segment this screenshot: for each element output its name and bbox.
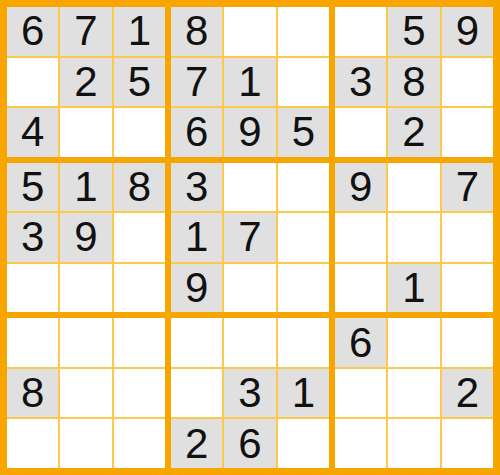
cell-r7c5[interactable]	[224, 318, 275, 367]
cell-r1c3: 1	[114, 7, 165, 56]
cell-r3c7[interactable]	[335, 108, 386, 157]
cell-r8c6: 1	[278, 369, 329, 418]
cell-r8c4[interactable]	[171, 369, 222, 418]
cell-r7c2[interactable]	[60, 318, 111, 367]
cell-r9c5: 6	[224, 419, 275, 468]
cell-r5c5: 7	[224, 213, 275, 262]
cell-r3c5: 9	[224, 108, 275, 157]
cell-r9c7[interactable]	[335, 419, 386, 468]
cell-r1c9: 9	[442, 7, 493, 56]
cell-r2c4: 7	[171, 58, 222, 107]
cell-r6c6[interactable]	[278, 264, 329, 313]
cell-r3c2[interactable]	[60, 108, 111, 157]
box-7: 8	[7, 318, 165, 468]
sudoku-board: 671254871695593825183931799718312662	[0, 0, 500, 475]
cell-r7c4[interactable]	[171, 318, 222, 367]
cell-r7c1[interactable]	[7, 318, 58, 367]
cell-r4c5[interactable]	[224, 163, 275, 212]
cell-r4c7: 9	[335, 163, 386, 212]
cell-r4c6[interactable]	[278, 163, 329, 212]
cell-r3c3[interactable]	[114, 108, 165, 157]
cell-r2c6[interactable]	[278, 58, 329, 107]
box-3: 59382	[335, 7, 493, 157]
box-6: 971	[335, 163, 493, 313]
cell-r5c6[interactable]	[278, 213, 329, 262]
cell-r3c9[interactable]	[442, 108, 493, 157]
cell-r4c2: 1	[60, 163, 111, 212]
cell-r7c8[interactable]	[388, 318, 439, 367]
cell-r6c4: 9	[171, 264, 222, 313]
cell-r6c9[interactable]	[442, 264, 493, 313]
cell-r2c3: 5	[114, 58, 165, 107]
cell-r3c6: 5	[278, 108, 329, 157]
cell-r9c9[interactable]	[442, 419, 493, 468]
cell-r5c4: 1	[171, 213, 222, 262]
cell-r9c6[interactable]	[278, 419, 329, 468]
cell-r8c3[interactable]	[114, 369, 165, 418]
cell-r8c5: 3	[224, 369, 275, 418]
cell-r7c6[interactable]	[278, 318, 329, 367]
cell-r8c8[interactable]	[388, 369, 439, 418]
cell-r6c8: 1	[388, 264, 439, 313]
cell-r6c1[interactable]	[7, 264, 58, 313]
cell-r8c7[interactable]	[335, 369, 386, 418]
cell-r9c8[interactable]	[388, 419, 439, 468]
cell-r1c6[interactable]	[278, 7, 329, 56]
cell-r6c2[interactable]	[60, 264, 111, 313]
cell-r4c9: 7	[442, 163, 493, 212]
cell-r8c9: 2	[442, 369, 493, 418]
cell-r1c2: 7	[60, 7, 111, 56]
cell-r9c3[interactable]	[114, 419, 165, 468]
cell-r5c9[interactable]	[442, 213, 493, 262]
box-1: 671254	[7, 7, 165, 157]
cell-r6c7[interactable]	[335, 264, 386, 313]
cell-r6c3[interactable]	[114, 264, 165, 313]
cell-r1c4: 8	[171, 7, 222, 56]
cell-r4c3: 8	[114, 163, 165, 212]
cell-r4c4: 3	[171, 163, 222, 212]
cell-r2c5: 1	[224, 58, 275, 107]
cell-r5c8[interactable]	[388, 213, 439, 262]
cell-r1c5[interactable]	[224, 7, 275, 56]
cell-r5c1: 3	[7, 213, 58, 262]
cell-r9c2[interactable]	[60, 419, 111, 468]
box-8: 3126	[171, 318, 329, 468]
cell-r7c9[interactable]	[442, 318, 493, 367]
cell-r1c7[interactable]	[335, 7, 386, 56]
cell-r5c7[interactable]	[335, 213, 386, 262]
cell-r3c4: 6	[171, 108, 222, 157]
cell-r4c8[interactable]	[388, 163, 439, 212]
cell-r3c8: 2	[388, 108, 439, 157]
box-4: 51839	[7, 163, 165, 313]
cell-r2c7: 3	[335, 58, 386, 107]
cell-r2c2: 2	[60, 58, 111, 107]
cell-r7c3[interactable]	[114, 318, 165, 367]
cell-r8c2[interactable]	[60, 369, 111, 418]
cell-r2c9[interactable]	[442, 58, 493, 107]
cell-r1c1: 6	[7, 7, 58, 56]
cell-r2c8: 8	[388, 58, 439, 107]
cell-r4c1: 5	[7, 163, 58, 212]
cell-r8c1: 8	[7, 369, 58, 418]
box-9: 62	[335, 318, 493, 468]
cell-r3c1: 4	[7, 108, 58, 157]
cell-r5c2: 9	[60, 213, 111, 262]
box-5: 3179	[171, 163, 329, 313]
cell-r1c8: 5	[388, 7, 439, 56]
cell-r5c3[interactable]	[114, 213, 165, 262]
cell-r7c7: 6	[335, 318, 386, 367]
box-2: 871695	[171, 7, 329, 157]
cell-r9c1[interactable]	[7, 419, 58, 468]
cell-r9c4: 2	[171, 419, 222, 468]
cell-r6c5[interactable]	[224, 264, 275, 313]
cell-r2c1[interactable]	[7, 58, 58, 107]
